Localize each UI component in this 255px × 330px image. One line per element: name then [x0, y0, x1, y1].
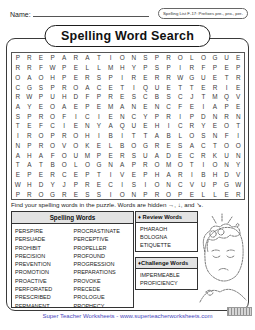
grid-cell: O [128, 141, 140, 151]
grid-cell: G [140, 141, 152, 151]
grid-cell: N [128, 189, 140, 199]
grid-cell: K [209, 150, 221, 160]
grid-cell: H [82, 131, 94, 141]
grid-cell: Y [128, 63, 140, 73]
grid-cell: O [221, 141, 233, 151]
grid-cell: E [105, 82, 117, 92]
grid-cell: W [12, 180, 24, 190]
grid-cell: C [58, 170, 70, 180]
grid-cell: R [151, 72, 163, 82]
grid-cell: A [82, 53, 94, 63]
grid-cell: F [58, 111, 70, 121]
spelling-word: PREVENTION [15, 260, 74, 268]
grid-cell: A [12, 102, 24, 112]
word-search-grid: PREPARATIONSPROLOGUERRFWPELLMHYPSPIRFPEP… [11, 52, 245, 200]
grid-cell: H [151, 121, 163, 131]
review-word: BOLOGNA [140, 233, 197, 241]
grid-cell: R [221, 111, 233, 121]
grid-cell: E [105, 111, 117, 121]
sweat-drop [236, 224, 239, 227]
grid-cell: R [12, 92, 24, 102]
grid-cell: L [82, 63, 94, 73]
grid-cell: O [70, 82, 82, 92]
grid-cell: C [174, 92, 186, 102]
grid-cell: N [105, 160, 117, 170]
grid-cell: H [116, 63, 128, 73]
name-label: Name: [10, 11, 31, 18]
spelling-word: PERCEPTIVE [74, 235, 133, 243]
challenge-words-header: ♦Challenge Words [136, 258, 197, 269]
grid-cell: C [174, 121, 186, 131]
grid-cell: T [221, 72, 233, 82]
spelling-word: PROVOKE [74, 277, 133, 285]
grid-cell: R [24, 189, 36, 199]
grid-cell: U [221, 53, 233, 63]
grid-cell: P [24, 170, 36, 180]
grid-cell: S [151, 63, 163, 73]
grid-cell: L [198, 189, 210, 199]
grid-cell: C [163, 102, 175, 112]
grid-cell: T [35, 160, 47, 170]
eyebrow-right [227, 250, 235, 251]
grid-cell: E [93, 180, 105, 190]
grid-cell: N [82, 121, 94, 131]
grid-cell: R [163, 53, 175, 63]
grid-cell: A [209, 102, 221, 112]
grid-cell: C [93, 82, 105, 92]
grid-cell: W [174, 72, 186, 82]
footer-credit: Super Teacher Worksheets - www.superteac… [0, 313, 255, 319]
grid-cell: R [209, 82, 221, 92]
grid-cell: L [70, 160, 82, 170]
grid-cell: R [58, 82, 70, 92]
grid-cell: J [58, 180, 70, 190]
grid-cell: T [12, 160, 24, 170]
grid-cell: O [58, 150, 70, 160]
grid-cell: H [209, 170, 221, 180]
grid-cell: P [24, 111, 36, 121]
grid-cell: H [24, 180, 36, 190]
grid-cell: Y [198, 121, 210, 131]
spelling-word: PROLOGUE [74, 293, 133, 301]
spelling-word: PROPELLER [74, 244, 133, 252]
grid-cell: E [70, 170, 82, 180]
grid-cell: W [24, 92, 36, 102]
grid-cell: A [24, 72, 36, 82]
grid-cell: A [151, 131, 163, 141]
grid-cell: U [140, 150, 152, 160]
grid-cell: F [198, 63, 210, 73]
sweating-student-illustration [196, 212, 250, 306]
grid-cell: R [105, 92, 117, 102]
grid-cell: R [174, 170, 186, 180]
grid-cell: O [47, 102, 59, 112]
spelling-word: PERSUADE [15, 235, 74, 243]
grid-cell: B [105, 131, 117, 141]
grid-cell: U [221, 150, 233, 160]
instructions-text: Find your spelling words in the puzzle. … [11, 201, 203, 208]
grid-cell: C [174, 180, 186, 190]
hair-curl [218, 229, 224, 235]
grid-cell: B [163, 131, 175, 141]
grid-cell: I [93, 131, 105, 141]
grid-cell: D [221, 170, 233, 180]
spelling-words-column-1: PERSPIREPERSUADEPROHIBITPRECISIONPREVENT… [15, 227, 74, 310]
grid-cell: E [70, 72, 82, 82]
grid-cell: G [93, 160, 105, 170]
grid-cell: V [186, 180, 198, 190]
grid-cell: V [232, 170, 244, 180]
grid-cell: L [105, 141, 117, 151]
grid-cell: A [12, 150, 24, 160]
grid-cell: R [12, 63, 24, 73]
grid-cell: C [186, 150, 198, 160]
grid-cell: N [209, 131, 221, 141]
name-blank-line [33, 9, 149, 17]
grid-cell: P [12, 189, 24, 199]
grid-cell: E [116, 92, 128, 102]
spelling-words-column-2: PROCRASTINATEPERCEPTIVEPROPELLERPROFOUND… [74, 227, 133, 310]
grid-cell: E [35, 102, 47, 112]
grid-cell: R [58, 189, 70, 199]
grid-cell: D [70, 92, 82, 102]
grid-cell: O [35, 131, 47, 141]
grid-cell: R [47, 170, 59, 180]
grid-cell: T [209, 141, 221, 151]
grid-cell: W [232, 180, 244, 190]
grid-cell: P [93, 92, 105, 102]
grid-cell: P [35, 92, 47, 102]
grid-cell: S [140, 53, 152, 63]
grid-cell: P [24, 141, 36, 151]
grid-cell: O [35, 72, 47, 82]
spelling-word: PRESCRIBED [15, 293, 74, 301]
grid-cell: U [198, 180, 210, 190]
grid-cell: O [35, 189, 47, 199]
grid-cell: S [93, 189, 105, 199]
grid-cell: O [116, 189, 128, 199]
review-words-header: ♦ Review Words [136, 212, 197, 223]
grid-cell: I [105, 53, 117, 63]
grid-cell: E [128, 170, 140, 180]
grid-cell: C [12, 82, 24, 92]
spelling-word: PROMOTION [15, 268, 74, 276]
grid-cell: B [47, 160, 59, 170]
grid-cell: T [232, 121, 244, 131]
grid-cell: P [70, 180, 82, 190]
grid-cell: A [116, 102, 128, 112]
grid-cell: F [82, 92, 94, 102]
grid-cell: B [116, 141, 128, 151]
grid-cell: A [163, 170, 175, 180]
grid-cell: T [186, 82, 198, 92]
grid-cell: L [209, 189, 221, 199]
grid-cell: E [186, 189, 198, 199]
spelling-word: PERMANENT [15, 302, 74, 310]
grid-cell: R [232, 72, 244, 82]
grid-cell: E [70, 63, 82, 73]
grid-cell: L [186, 53, 198, 63]
grid-cell: F [174, 102, 186, 112]
grid-cell: I [116, 72, 128, 82]
grid-cell: H [58, 92, 70, 102]
grid-cell: O [47, 141, 59, 151]
review-word: PHARAOH [140, 225, 197, 233]
grid-cell: O [47, 111, 59, 121]
grid-cell: I [128, 82, 140, 92]
grid-cell: P [209, 63, 221, 73]
grid-cell: N [232, 150, 244, 160]
spelling-word: PROHIBIT [15, 244, 74, 252]
grid-cell: I [174, 63, 186, 73]
grid-cell: P [82, 102, 94, 112]
grid-cell: R [24, 53, 36, 63]
grid-cell: O [163, 189, 175, 199]
grid-cell: A [105, 121, 117, 131]
eyebrow-left [212, 250, 220, 251]
grid-cell: C [82, 111, 94, 121]
grid-cell: O [70, 131, 82, 141]
grid-cell: E [70, 102, 82, 112]
grid-cell: R [186, 63, 198, 73]
grid-cell: U [47, 92, 59, 102]
grid-cell: V [232, 92, 244, 102]
grid-cell: H [24, 150, 36, 160]
grid-cell: S [128, 92, 140, 102]
grid-cell: C [47, 121, 59, 131]
grid-cell: M [82, 150, 94, 160]
hair-curl [210, 231, 216, 237]
grid-cell: E [140, 72, 152, 82]
grid-cell: P [140, 189, 152, 199]
grid-cell: A [58, 102, 70, 112]
grid-cell: Y [232, 160, 244, 170]
grid-cell: P [82, 170, 94, 180]
grid-cell: P [151, 53, 163, 63]
grid-cell: R [198, 150, 210, 160]
grid-cell: I [163, 121, 175, 131]
grid-cell: Q [140, 82, 152, 92]
grid-cell: F [35, 63, 47, 73]
grid-cell: R [151, 141, 163, 151]
grid-cell: E [221, 63, 233, 73]
spelling-words-box: Spelling Words PERSPIREPERSUADEPROHIBITP… [11, 211, 134, 308]
grid-cell: A [35, 150, 47, 160]
grid-cell: E [174, 150, 186, 160]
grid-cell: T [140, 131, 152, 141]
grid-cell: E [221, 189, 233, 199]
grid-cell: I [58, 121, 70, 131]
grid-cell: A [82, 82, 94, 92]
spelling-word: PROFOUND [74, 252, 133, 260]
grid-cell: T [186, 160, 198, 170]
review-word: ETIQUETTE [140, 241, 197, 249]
grid-cell: E [93, 102, 105, 112]
grid-cell: N [128, 53, 140, 63]
grid-cell: I [186, 170, 198, 180]
review-words-list: PHARAOHBOLOGNAETIQUETTE [136, 223, 197, 251]
grid-cell: F [47, 150, 59, 160]
grid-cell: D [163, 150, 175, 160]
grid-cell: E [70, 189, 82, 199]
spelling-word: PERSPIRE [15, 227, 74, 235]
challenge-words-list: IMPERMEABLEPROFICIENCY [136, 269, 197, 289]
grid-cell: T [198, 92, 210, 102]
grid-cell: S [198, 131, 210, 141]
sweat-mark [228, 217, 232, 223]
grid-cell: E [12, 170, 24, 180]
grid-cell: J [186, 92, 198, 102]
spelling-word: PROACTIVE [15, 277, 74, 285]
grid-cell: E [93, 141, 105, 151]
grid-cell: P [209, 180, 221, 190]
grid-cell: I [221, 82, 233, 92]
grid-cell: O [116, 53, 128, 63]
grid-cell: O [58, 160, 70, 170]
grid-cell: O [198, 53, 210, 63]
side-word-lists: ♦ Review Words PHARAOHBOLOGNAETIQUETTE ♦… [135, 211, 198, 295]
grid-cell: N [12, 141, 24, 151]
grid-cell: U [151, 82, 163, 92]
review-words-box: ♦ Review Words PHARAOHBOLOGNAETIQUETTE [135, 211, 198, 252]
grid-cell: O [82, 160, 94, 170]
grid-cell: E [209, 72, 221, 82]
grid-cell: P [47, 82, 59, 92]
grid-cell: M [105, 63, 117, 73]
grid-cell: S [174, 141, 186, 151]
grid-cell: E [35, 170, 47, 180]
spelling-word: PROCRASTINATE [74, 227, 133, 235]
grid-cell: O [151, 180, 163, 190]
grid-cell: I [105, 170, 117, 180]
grid-cell: E [163, 82, 175, 92]
grid-cell: P [47, 131, 59, 141]
grid-cell: S [163, 92, 175, 102]
grid-cell: F [35, 121, 47, 131]
grid-cell: T [12, 121, 24, 131]
sweat-mark [212, 216, 216, 223]
grid-cell: V [116, 170, 128, 180]
grid-cell: R [151, 189, 163, 199]
grid-cell: G [186, 72, 198, 82]
grid-cell: P [186, 111, 198, 121]
grid-cell: I [198, 160, 210, 170]
grid-cell: O [232, 141, 244, 151]
grid-cell: Q [221, 92, 233, 102]
grid-cell: O [174, 160, 186, 170]
grid-cell: N [232, 111, 244, 121]
grid-cell: R [163, 111, 175, 121]
grid-cell: F [221, 131, 233, 141]
grid-cell: D [198, 111, 210, 121]
challenge-word: IMPERMEABLE [140, 271, 197, 279]
grid-cell: O [209, 160, 221, 170]
grid-cell: P [151, 111, 163, 121]
grid-cell: E [232, 82, 244, 92]
grid-cell: C [140, 92, 152, 102]
spelling-word: PREPARATIONS [74, 268, 133, 276]
grid-cell: U [128, 121, 140, 131]
grid-cell: B [151, 92, 163, 102]
grid-cell: E [70, 121, 82, 131]
grid-cell: R [163, 72, 175, 82]
grid-cell: O [221, 121, 233, 131]
grid-cell: T [93, 170, 105, 180]
grid-cell: I [116, 180, 128, 190]
grid-cell: I [232, 131, 244, 141]
grid-cell: Y [140, 111, 152, 121]
grid-cell: W [47, 63, 59, 73]
grid-cell: C [105, 180, 117, 190]
grid-cell: L [93, 63, 105, 73]
grid-cell: A [24, 160, 36, 170]
spelling-word: PRECEDE [74, 285, 133, 293]
grid-cell: R [58, 131, 70, 141]
grid-cell: E [163, 141, 175, 151]
grid-cell: P [12, 53, 24, 63]
grid-cell: I [105, 189, 117, 199]
grid-cell: S [128, 150, 140, 160]
grid-cell: E [198, 82, 210, 92]
grid-cell: N [209, 111, 221, 121]
grid-cell: P [174, 189, 186, 199]
grid-cell: E [186, 102, 198, 112]
grid-cell: I [70, 111, 82, 121]
grid-cell: U [70, 150, 82, 160]
grid-cell: P [232, 63, 244, 73]
grid-cell: A [186, 141, 198, 151]
grid-cell: E [232, 53, 244, 63]
grid-cell: R [82, 72, 94, 82]
grid-cell: E [105, 150, 117, 160]
grid-cell: N [221, 160, 233, 170]
grid-cell: M [163, 160, 175, 170]
grid-cell: S [82, 189, 94, 199]
grid-cell: M [209, 92, 221, 102]
grid-cell: R [24, 131, 36, 141]
mouth [219, 269, 228, 271]
grid-cell: S [12, 111, 24, 121]
grid-cell: C [198, 141, 210, 151]
grid-cell: R [116, 150, 128, 160]
grid-cell: R [232, 189, 244, 199]
grid-cell: M [105, 102, 117, 112]
grid-cell: I [198, 102, 210, 112]
grid-cell: Y [93, 121, 105, 131]
grid-cell: V [58, 141, 70, 151]
grid-cell: E [140, 121, 152, 131]
spelling-words-columns: PERSPIREPERSUADEPROHIBITPRECISIONPREVENT… [12, 224, 133, 310]
grid-cell: I [174, 111, 186, 121]
grid-cell: P [58, 72, 70, 82]
grid-cell: Q [116, 121, 128, 131]
grid-cell: G [47, 189, 59, 199]
grid-cell: P [93, 150, 105, 160]
worksheet-code-box [227, 307, 252, 316]
grid-cell: T [116, 82, 128, 92]
grid-cell: N [128, 102, 140, 112]
spelling-word: PROPHECY [74, 302, 133, 310]
grid-cell: P [58, 63, 70, 73]
grid-cell: N [151, 102, 163, 112]
grid-cell: O [12, 72, 24, 82]
name-row: Name: [10, 9, 149, 18]
spelling-words-header: Spelling Words [12, 212, 133, 224]
grid-cell: I [116, 131, 128, 141]
grid-cell: D [35, 180, 47, 190]
grid-cell: N [163, 180, 175, 190]
grid-cell: R [70, 53, 82, 63]
